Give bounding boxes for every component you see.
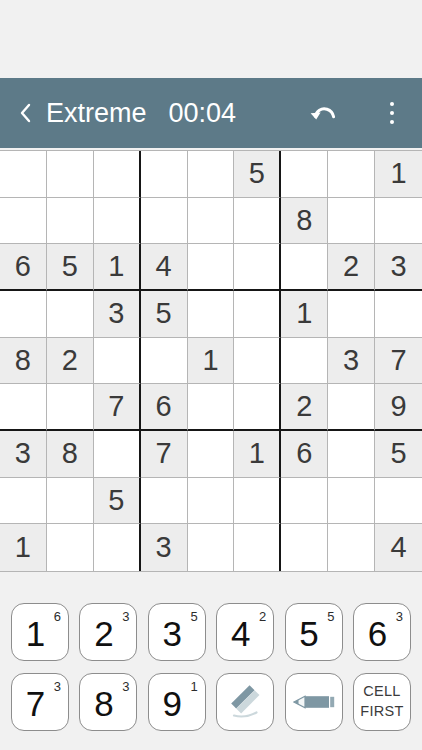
cell-r7c9[interactable]: 5 [375,431,422,478]
cell-r1c7[interactable] [281,151,328,198]
eraser-button[interactable] [216,673,274,731]
chevron-left-icon [18,102,32,124]
game-timer: 00:04 [169,98,237,129]
digit-count-badge: 6 [54,610,61,623]
sudoku-grid: 5186514233518213776293871655134 [0,150,422,572]
cell-r5c4[interactable] [141,338,188,385]
cell-r8c8[interactable] [328,478,375,525]
cell-r1c4[interactable] [141,151,188,198]
cell-r6c2[interactable] [47,384,94,431]
vertical-ellipsis-icon [390,102,395,107]
cell-r1c6[interactable]: 5 [234,151,281,198]
cell-r9c9[interactable]: 4 [375,524,422,571]
cell-r4c1[interactable] [0,291,47,338]
cell-r2c4[interactable] [141,198,188,245]
app-header: Extreme 00:04 [0,78,422,148]
cell-r2c1[interactable] [0,198,47,245]
cell-r5c7[interactable] [281,338,328,385]
cell-r7c1[interactable]: 3 [0,431,47,478]
cell-r4c9[interactable] [375,291,422,338]
undo-icon [309,100,339,126]
cell-r7c8[interactable] [328,431,375,478]
cell-r2c7[interactable]: 8 [281,198,328,245]
digit-2-button[interactable]: 23 [79,603,137,661]
cell-r5c2[interactable]: 2 [47,338,94,385]
cell-r7c2[interactable]: 8 [47,431,94,478]
cell-r9c1[interactable]: 1 [0,524,47,571]
cell-r8c7[interactable] [281,478,328,525]
cell-r5c8[interactable]: 3 [328,338,375,385]
cell-r6c8[interactable] [328,384,375,431]
back-button[interactable] [8,78,42,148]
cell-r2c9[interactable] [375,198,422,245]
cell-r7c5[interactable] [188,431,235,478]
overflow-menu-button[interactable] [374,78,410,148]
digit-label: 8 [94,686,113,721]
cell-r5c6[interactable] [234,338,281,385]
digit-5-button[interactable]: 55 [285,603,343,661]
cell-r4c7[interactable]: 1 [281,291,328,338]
digit-label: 1 [26,616,45,651]
cell-r8c1[interactable] [0,478,47,525]
cell-r3c4[interactable]: 4 [141,244,188,291]
cell-r9c5[interactable] [188,524,235,571]
digit-7-button[interactable]: 73 [11,673,69,731]
cell-r6c5[interactable] [188,384,235,431]
keypad-row-1: 162335425563 [0,603,422,661]
cell-r3c6[interactable] [234,244,281,291]
cell-r4c4[interactable]: 5 [141,291,188,338]
cell-r4c6[interactable] [234,291,281,338]
cell-r3c1[interactable]: 6 [0,244,47,291]
cell-r3c9[interactable]: 3 [375,244,422,291]
cell-r9c7[interactable] [281,524,328,571]
digit-4-button[interactable]: 42 [216,603,274,661]
cell-r3c3[interactable]: 1 [94,244,141,291]
cell-r3c8[interactable]: 2 [328,244,375,291]
cell-r6c6[interactable] [234,384,281,431]
cell-first-line2: FIRST [360,702,403,722]
digit-label: 9 [163,686,182,721]
digit-count-badge: 3 [122,610,129,623]
cell-r9c6[interactable] [234,524,281,571]
cell-r8c6[interactable] [234,478,281,525]
cell-r7c6[interactable]: 1 [234,431,281,478]
cell-r8c2[interactable] [47,478,94,525]
cell-r4c5[interactable] [188,291,235,338]
cell-r1c1[interactable] [0,151,47,198]
cell-r6c7[interactable]: 2 [281,384,328,431]
digit-label: 4 [231,616,250,651]
digit-label: 7 [26,686,45,721]
cell-r8c9[interactable] [375,478,422,525]
cell-r4c8[interactable] [328,291,375,338]
cell-r3c5[interactable] [188,244,235,291]
keypad-row-2: 738391 CELL FIRST [0,673,422,731]
cell-r8c5[interactable] [188,478,235,525]
cell-r5c1[interactable]: 8 [0,338,47,385]
digit-count-badge: 1 [191,680,198,693]
digit-count-badge: 3 [54,680,61,693]
digit-label: 3 [163,616,182,651]
cell-r5c9[interactable]: 7 [375,338,422,385]
cell-r1c8[interactable] [328,151,375,198]
cell-r2c6[interactable] [234,198,281,245]
digit-count-badge: 5 [191,610,198,623]
cell-first-line1: CELL [363,682,400,702]
cell-r4c3[interactable]: 3 [94,291,141,338]
cell-r1c9[interactable]: 1 [375,151,422,198]
digit-8-button[interactable]: 83 [79,673,137,731]
cell-r1c2[interactable] [47,151,94,198]
cell-r7c4[interactable]: 7 [141,431,188,478]
digit-count-badge: 3 [122,680,129,693]
cell-r7c3[interactable] [94,431,141,478]
digit-label: 2 [94,616,113,651]
digit-1-button[interactable]: 16 [11,603,69,661]
cell-r5c5[interactable]: 1 [188,338,235,385]
cell-r6c3[interactable]: 7 [94,384,141,431]
cell-r6c9[interactable]: 9 [375,384,422,431]
cell-first-button[interactable]: CELL FIRST [353,673,411,731]
cell-r3c2[interactable]: 5 [47,244,94,291]
cell-r1c3[interactable] [94,151,141,198]
pencil-button[interactable] [285,673,343,731]
cell-r2c2[interactable] [47,198,94,245]
digit-6-button[interactable]: 63 [353,603,411,661]
digit-count-badge: 5 [327,610,334,623]
cell-r9c4[interactable]: 3 [141,524,188,571]
cell-r9c8[interactable] [328,524,375,571]
cell-r9c2[interactable] [47,524,94,571]
digit-count-badge: 2 [259,610,266,623]
cell-r2c8[interactable] [328,198,375,245]
cell-r8c3[interactable]: 5 [94,478,141,525]
cell-r8c4[interactable] [141,478,188,525]
cell-r6c4[interactable]: 6 [141,384,188,431]
undo-button[interactable] [302,78,346,148]
eraser-icon [225,682,265,722]
cell-r2c3[interactable] [94,198,141,245]
digit-9-button[interactable]: 91 [148,673,206,731]
cell-r9c3[interactable] [94,524,141,571]
cell-r4c2[interactable] [47,291,94,338]
pencil-icon [293,692,335,712]
cell-r5c3[interactable] [94,338,141,385]
digit-label: 6 [368,616,387,651]
difficulty-title: Extreme [46,98,147,129]
digit-label: 5 [299,616,318,651]
cell-r2c5[interactable] [188,198,235,245]
cell-r3c7[interactable] [281,244,328,291]
cell-r7c7[interactable]: 6 [281,431,328,478]
digit-count-badge: 3 [396,610,403,623]
digit-3-button[interactable]: 35 [148,603,206,661]
cell-r6c1[interactable] [0,384,47,431]
cell-r1c5[interactable] [188,151,235,198]
